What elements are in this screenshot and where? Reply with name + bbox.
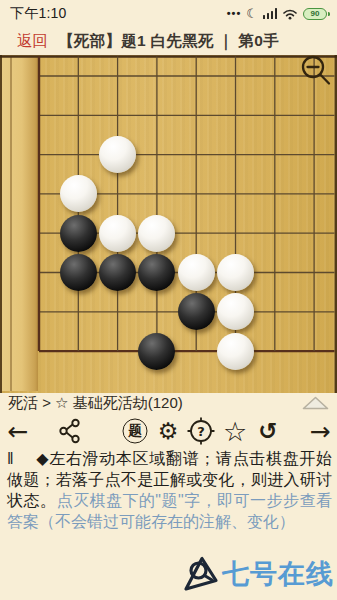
settings-gear-icon[interactable]: ⚙ bbox=[158, 419, 179, 442]
do-not-disturb-moon-icon: ☾ bbox=[246, 7, 258, 20]
status-bar: 下午1:10 ••• ☾ 90 bbox=[0, 0, 337, 27]
prev-move-button[interactable]: ← bbox=[8, 418, 29, 443]
black-stone bbox=[60, 215, 97, 252]
white-stone bbox=[60, 175, 97, 212]
watermark: 七号在线 bbox=[182, 555, 334, 593]
back-button[interactable]: 返回 bbox=[17, 31, 48, 52]
black-stone bbox=[178, 293, 215, 330]
battery-percent: 90 bbox=[311, 10, 320, 18]
black-stone bbox=[60, 254, 97, 291]
white-stone bbox=[138, 215, 175, 252]
breadcrumb[interactable]: 死活 > ☆ 基础死活劫(120) bbox=[8, 394, 183, 413]
svg-text:?: ? bbox=[197, 423, 205, 438]
white-stone bbox=[217, 293, 254, 330]
reset-undo-icon[interactable]: ↺ bbox=[258, 419, 277, 442]
watermark-text: 七号在线 bbox=[222, 556, 334, 592]
problem-title: 【死部】题1 白先黑死 ｜ 第0手 bbox=[58, 31, 279, 52]
title-bar: 返回 【死部】题1 白先黑死 ｜ 第0手 bbox=[0, 27, 337, 55]
app-screen: 下午1:10 ••• ☾ 90 返回 【死部】题1 白先黑死 ｜ 第0手 bbox=[0, 0, 337, 600]
instructions-text: ‖◆左右滑动本区域翻谱；请点击棋盘开始做题；若落子点不是正解或变化，则进入研讨状… bbox=[7, 448, 332, 532]
white-stone bbox=[99, 136, 136, 173]
black-stone bbox=[138, 333, 175, 370]
stones-layer bbox=[19, 56, 333, 370]
pause-marker: ‖ bbox=[7, 448, 14, 469]
share-icon[interactable] bbox=[58, 418, 82, 444]
battery-icon: 90 bbox=[303, 8, 327, 20]
notification-dots-icon: ••• bbox=[227, 8, 242, 19]
cell-signal-icon bbox=[263, 8, 277, 19]
favorite-star-icon[interactable]: ☆ bbox=[223, 417, 247, 444]
breadcrumb-bar: 死活 > ☆ 基础死活劫(120) bbox=[0, 392, 337, 414]
watermark-logo-icon bbox=[182, 555, 220, 593]
white-stone bbox=[178, 254, 215, 291]
instructions-blue: 点灭棋盘下的"题"字，即可一步步查看答案（不会错过可能存在的注解、变化） bbox=[7, 492, 332, 530]
go-board[interactable] bbox=[0, 55, 337, 393]
white-stone bbox=[217, 254, 254, 291]
black-stone bbox=[138, 254, 175, 291]
wifi-icon bbox=[282, 8, 298, 20]
black-stone bbox=[99, 254, 136, 291]
clock: 下午1:10 bbox=[10, 5, 66, 23]
next-move-button[interactable]: → bbox=[310, 418, 331, 443]
white-stone bbox=[99, 215, 136, 252]
problem-mode-button[interactable]: 题 bbox=[123, 418, 148, 443]
white-stone bbox=[217, 333, 254, 370]
help-icon[interactable]: ? bbox=[187, 417, 215, 445]
toolbar: ← 题 ⚙ ? ☆ ↺ → bbox=[0, 413, 337, 448]
collapse-up-icon[interactable] bbox=[302, 396, 329, 410]
